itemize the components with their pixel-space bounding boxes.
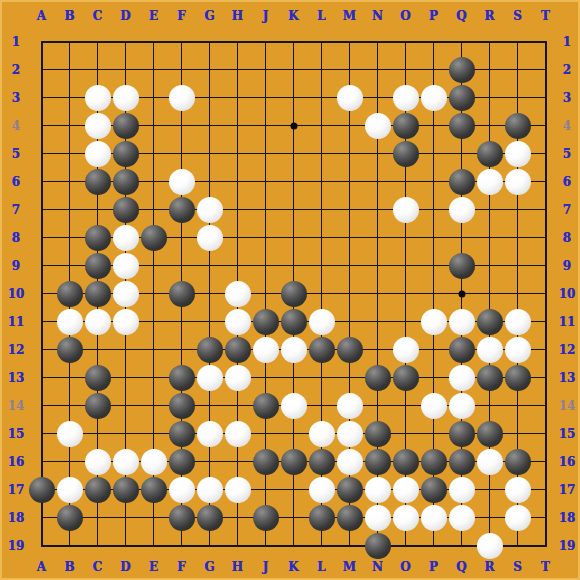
white-stone-P11: [421, 309, 447, 335]
white-stone-Q7: [449, 197, 475, 223]
white-stone-G13: [197, 365, 223, 391]
black-stone-J11: [253, 309, 279, 335]
black-stone-K16: [281, 449, 307, 475]
column-label-top-E: E: [149, 9, 158, 23]
black-stone-B18: [57, 505, 83, 531]
row-label-right-17: 17: [559, 483, 576, 497]
black-stone-C10: [85, 281, 111, 307]
row-label-right-1: 1: [563, 35, 571, 49]
white-stone-H13: [225, 365, 251, 391]
black-stone-Q9: [449, 253, 475, 279]
white-stone-M16: [337, 449, 363, 475]
white-stone-N4: [365, 113, 391, 139]
black-stone-D6: [113, 169, 139, 195]
column-label-bottom-C: C: [93, 560, 103, 574]
white-stone-S6: [505, 169, 531, 195]
row-label-right-5: 5: [563, 147, 571, 161]
white-stone-L17: [309, 477, 335, 503]
black-stone-S16: [505, 449, 531, 475]
column-label-bottom-A: A: [37, 560, 46, 574]
row-label-left-2: 2: [12, 63, 20, 77]
black-stone-Q2: [449, 57, 475, 83]
black-stone-E8: [141, 225, 167, 251]
column-label-top-G: G: [204, 9, 214, 23]
black-stone-E17: [141, 477, 167, 503]
white-stone-G7: [197, 197, 223, 223]
column-label-bottom-T: T: [541, 560, 550, 574]
grid-line-horizontal: [41, 545, 547, 547]
column-label-top-N: N: [372, 9, 383, 23]
column-label-bottom-M: M: [343, 560, 356, 574]
column-label-top-A: A: [37, 9, 46, 23]
black-stone-B12: [57, 337, 83, 363]
column-label-top-P: P: [429, 9, 438, 23]
white-stone-F17: [169, 477, 195, 503]
row-label-left-18: 18: [8, 511, 25, 525]
white-stone-Q14: [449, 393, 475, 419]
white-stone-R12: [477, 337, 503, 363]
black-stone-M18: [337, 505, 363, 531]
black-stone-C8: [85, 225, 111, 251]
row-label-left-16: 16: [8, 455, 25, 469]
white-stone-N18: [365, 505, 391, 531]
black-stone-C17: [85, 477, 111, 503]
white-stone-S11: [505, 309, 531, 335]
white-stone-L11: [309, 309, 335, 335]
column-label-top-K: K: [288, 9, 298, 23]
black-stone-O13: [393, 365, 419, 391]
column-label-bottom-H: H: [232, 560, 243, 574]
white-stone-Q13: [449, 365, 475, 391]
black-stone-R13: [477, 365, 503, 391]
column-label-bottom-D: D: [120, 560, 130, 574]
column-label-bottom-N: N: [372, 560, 383, 574]
black-stone-F14: [169, 393, 195, 419]
white-stone-Q11: [449, 309, 475, 335]
row-label-left-17: 17: [8, 483, 25, 497]
white-stone-K14: [281, 393, 307, 419]
white-stone-E16: [141, 449, 167, 475]
black-stone-S4: [505, 113, 531, 139]
row-label-right-11: 11: [559, 315, 576, 329]
white-stone-R6: [477, 169, 503, 195]
black-stone-C13: [85, 365, 111, 391]
white-stone-R19: [477, 533, 503, 559]
black-stone-K10: [281, 281, 307, 307]
black-stone-A17: [29, 477, 55, 503]
black-stone-D17: [113, 477, 139, 503]
white-stone-Q18: [449, 505, 475, 531]
column-label-top-R: R: [485, 9, 495, 23]
column-label-bottom-R: R: [485, 560, 495, 574]
black-stone-M17: [337, 477, 363, 503]
black-stone-R11: [477, 309, 503, 335]
row-label-right-15: 15: [559, 427, 576, 441]
white-stone-C11: [85, 309, 111, 335]
white-stone-M3: [337, 85, 363, 111]
white-stone-O18: [393, 505, 419, 531]
white-stone-N17: [365, 477, 391, 503]
column-label-top-C: C: [93, 9, 103, 23]
white-stone-H10: [225, 281, 251, 307]
row-label-right-13: 13: [559, 371, 576, 385]
black-stone-R15: [477, 421, 503, 447]
column-label-bottom-P: P: [429, 560, 438, 574]
grid-line-vertical: [545, 41, 547, 547]
row-label-left-5: 5: [12, 147, 20, 161]
column-label-bottom-K: K: [288, 560, 298, 574]
white-stone-D3: [113, 85, 139, 111]
black-stone-P16: [421, 449, 447, 475]
black-stone-F13: [169, 365, 195, 391]
row-label-right-8: 8: [563, 231, 571, 245]
star-point-K4: [290, 122, 297, 129]
white-stone-C5: [85, 141, 111, 167]
white-stone-O7: [393, 197, 419, 223]
black-stone-Q15: [449, 421, 475, 447]
row-label-left-9: 9: [12, 259, 20, 273]
column-label-bottom-B: B: [64, 560, 74, 574]
white-stone-J12: [253, 337, 279, 363]
black-stone-F15: [169, 421, 195, 447]
column-label-bottom-L: L: [317, 560, 325, 574]
black-stone-L12: [309, 337, 335, 363]
column-label-top-H: H: [232, 9, 243, 23]
white-stone-F3: [169, 85, 195, 111]
black-stone-O5: [393, 141, 419, 167]
row-label-left-12: 12: [8, 343, 25, 357]
column-label-top-T: T: [541, 9, 550, 23]
black-stone-B10: [57, 281, 83, 307]
column-label-bottom-F: F: [177, 560, 186, 574]
row-label-left-4: 4: [12, 119, 20, 133]
black-stone-Q16: [449, 449, 475, 475]
white-stone-O3: [393, 85, 419, 111]
white-stone-M14: [337, 393, 363, 419]
row-label-left-6: 6: [12, 175, 20, 189]
white-stone-M15: [337, 421, 363, 447]
white-stone-G8: [197, 225, 223, 251]
black-stone-Q12: [449, 337, 475, 363]
row-label-left-13: 13: [8, 371, 25, 385]
white-stone-H11: [225, 309, 251, 335]
column-label-bottom-E: E: [149, 560, 158, 574]
white-stone-B11: [57, 309, 83, 335]
white-stone-H17: [225, 477, 251, 503]
black-stone-J14: [253, 393, 279, 419]
star-point-Q10: [458, 290, 465, 297]
column-label-top-O: O: [400, 9, 410, 23]
black-stone-K11: [281, 309, 307, 335]
black-stone-D7: [113, 197, 139, 223]
white-stone-O12: [393, 337, 419, 363]
black-stone-C6: [85, 169, 111, 195]
row-label-right-9: 9: [563, 259, 571, 273]
column-label-bottom-Q: Q: [456, 560, 466, 574]
go-board[interactable]: AABBCCDDEEFFGGHHJJKKLLMMNNOOPPQQRRSSTT11…: [0, 0, 580, 580]
row-label-left-15: 15: [8, 427, 25, 441]
column-label-top-B: B: [64, 9, 74, 23]
row-label-left-7: 7: [12, 203, 20, 217]
white-stone-Q17: [449, 477, 475, 503]
column-label-top-D: D: [120, 9, 130, 23]
white-stone-D10: [113, 281, 139, 307]
row-label-right-2: 2: [563, 63, 571, 77]
white-stone-G17: [197, 477, 223, 503]
white-stone-K12: [281, 337, 307, 363]
column-label-top-S: S: [513, 9, 522, 23]
white-stone-O17: [393, 477, 419, 503]
row-label-left-3: 3: [12, 91, 20, 105]
white-stone-D11: [113, 309, 139, 335]
black-stone-O4: [393, 113, 419, 139]
black-stone-C14: [85, 393, 111, 419]
white-stone-B17: [57, 477, 83, 503]
column-label-bottom-S: S: [513, 560, 522, 574]
black-stone-F16: [169, 449, 195, 475]
black-stone-G18: [197, 505, 223, 531]
column-label-bottom-J: J: [263, 560, 269, 574]
black-stone-C9: [85, 253, 111, 279]
black-stone-F7: [169, 197, 195, 223]
black-stone-L18: [309, 505, 335, 531]
row-label-right-18: 18: [559, 511, 576, 525]
column-label-bottom-G: G: [204, 560, 214, 574]
row-label-right-19: 19: [559, 539, 576, 553]
white-stone-G15: [197, 421, 223, 447]
row-label-right-7: 7: [563, 203, 571, 217]
white-stone-R16: [477, 449, 503, 475]
column-label-bottom-O: O: [400, 560, 410, 574]
white-stone-S5: [505, 141, 531, 167]
black-stone-G12: [197, 337, 223, 363]
row-label-right-6: 6: [563, 175, 571, 189]
black-stone-Q6: [449, 169, 475, 195]
column-label-top-Q: Q: [456, 9, 466, 23]
row-label-left-14: 14: [8, 399, 25, 413]
white-stone-C16: [85, 449, 111, 475]
white-stone-P3: [421, 85, 447, 111]
black-stone-R5: [477, 141, 503, 167]
white-stone-C3: [85, 85, 111, 111]
black-stone-H12: [225, 337, 251, 363]
black-stone-S13: [505, 365, 531, 391]
white-stone-F6: [169, 169, 195, 195]
black-stone-D4: [113, 113, 139, 139]
white-stone-D9: [113, 253, 139, 279]
white-stone-S12: [505, 337, 531, 363]
black-stone-N13: [365, 365, 391, 391]
white-stone-S17: [505, 477, 531, 503]
black-stone-O16: [393, 449, 419, 475]
black-stone-J16: [253, 449, 279, 475]
white-stone-B15: [57, 421, 83, 447]
black-stone-D5: [113, 141, 139, 167]
white-stone-D8: [113, 225, 139, 251]
black-stone-P17: [421, 477, 447, 503]
row-label-right-10: 10: [559, 287, 576, 301]
white-stone-S18: [505, 505, 531, 531]
black-stone-F18: [169, 505, 195, 531]
white-stone-C4: [85, 113, 111, 139]
row-label-left-10: 10: [8, 287, 25, 301]
row-label-right-3: 3: [563, 91, 571, 105]
row-label-left-1: 1: [12, 35, 20, 49]
row-label-right-4: 4: [563, 119, 571, 133]
row-label-left-11: 11: [8, 315, 25, 329]
row-label-left-8: 8: [12, 231, 20, 245]
black-stone-Q3: [449, 85, 475, 111]
column-label-top-J: J: [263, 9, 269, 23]
white-stone-D16: [113, 449, 139, 475]
white-stone-L15: [309, 421, 335, 447]
black-stone-Q4: [449, 113, 475, 139]
black-stone-L16: [309, 449, 335, 475]
column-label-top-M: M: [343, 9, 356, 23]
black-stone-N19: [365, 533, 391, 559]
black-stone-M12: [337, 337, 363, 363]
white-stone-H15: [225, 421, 251, 447]
row-label-right-14: 14: [559, 399, 576, 413]
row-label-left-19: 19: [8, 539, 25, 553]
white-stone-P14: [421, 393, 447, 419]
column-label-top-F: F: [177, 9, 186, 23]
column-label-top-L: L: [317, 9, 325, 23]
black-stone-F10: [169, 281, 195, 307]
black-stone-J18: [253, 505, 279, 531]
black-stone-N16: [365, 449, 391, 475]
row-label-right-12: 12: [559, 343, 576, 357]
row-label-right-16: 16: [559, 455, 576, 469]
black-stone-N15: [365, 421, 391, 447]
white-stone-P18: [421, 505, 447, 531]
